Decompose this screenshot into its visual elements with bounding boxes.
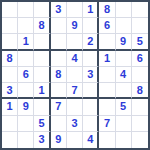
sudoku-cell-r2c3[interactable]: 8: [34, 18, 50, 34]
sudoku-cell-r4c7[interactable]: 1: [99, 51, 115, 67]
sudoku-cell-r9c8[interactable]: [116, 132, 132, 148]
sudoku-cell-r4c8[interactable]: [116, 51, 132, 67]
sudoku-cell-r4c3[interactable]: [34, 51, 50, 67]
sudoku-cell-r4c2[interactable]: [18, 51, 34, 67]
sudoku-cell-r6c9[interactable]: 8: [132, 83, 148, 99]
sudoku-cell-r8c2[interactable]: [18, 116, 34, 132]
sudoku-board: 31889612958416683431781975537394: [0, 0, 150, 150]
sudoku-cell-r5c4[interactable]: 8: [51, 67, 67, 83]
sudoku-cell-r8c3[interactable]: 5: [34, 116, 50, 132]
sudoku-cell-r7c4[interactable]: 7: [51, 99, 67, 115]
sudoku-cell-r9c1[interactable]: [2, 132, 18, 148]
sudoku-cell-r5c6[interactable]: 3: [83, 67, 99, 83]
sudoku-cell-r6c8[interactable]: [116, 83, 132, 99]
sudoku-cell-r3c2[interactable]: 1: [18, 34, 34, 50]
sudoku-cell-r2c7[interactable]: 6: [99, 18, 115, 34]
sudoku-cell-r8c8[interactable]: [116, 116, 132, 132]
sudoku-cell-r3c6[interactable]: 2: [83, 34, 99, 50]
sudoku-cell-r5c3[interactable]: [34, 67, 50, 83]
sudoku-cell-r4c5[interactable]: 4: [67, 51, 83, 67]
sudoku-cell-r3c5[interactable]: [67, 34, 83, 50]
sudoku-cell-r8c5[interactable]: 3: [67, 116, 83, 132]
sudoku-cell-r4c4[interactable]: [51, 51, 67, 67]
sudoku-cell-r7c6[interactable]: [83, 99, 99, 115]
sudoku-cell-r9c3[interactable]: 3: [34, 132, 50, 148]
sudoku-cell-r3c9[interactable]: 5: [132, 34, 148, 50]
sudoku-cell-r6c3[interactable]: 1: [34, 83, 50, 99]
sudoku-cell-r4c1[interactable]: 8: [2, 51, 18, 67]
sudoku-cell-r7c5[interactable]: [67, 99, 83, 115]
sudoku-cell-r5c1[interactable]: [2, 67, 18, 83]
sudoku-cell-r6c6[interactable]: [83, 83, 99, 99]
sudoku-cell-r6c2[interactable]: [18, 83, 34, 99]
sudoku-cell-r1c6[interactable]: 1: [83, 2, 99, 18]
sudoku-cell-r8c4[interactable]: [51, 116, 67, 132]
sudoku-cell-r3c4[interactable]: [51, 34, 67, 50]
sudoku-cell-r1c2[interactable]: [18, 2, 34, 18]
sudoku-cell-r7c7[interactable]: [99, 99, 115, 115]
sudoku-cell-r7c1[interactable]: 1: [2, 99, 18, 115]
sudoku-cell-r2c4[interactable]: [51, 18, 67, 34]
sudoku-cell-r2c9[interactable]: [132, 18, 148, 34]
sudoku-cell-r2c5[interactable]: 9: [67, 18, 83, 34]
sudoku-cell-r9c2[interactable]: [18, 132, 34, 148]
sudoku-cell-r6c4[interactable]: [51, 83, 67, 99]
sudoku-cell-r2c8[interactable]: [116, 18, 132, 34]
sudoku-cell-r3c8[interactable]: 9: [116, 34, 132, 50]
sudoku-cell-r8c6[interactable]: [83, 116, 99, 132]
sudoku-cell-r3c7[interactable]: [99, 34, 115, 50]
sudoku-cell-r9c7[interactable]: [99, 132, 115, 148]
sudoku-cell-r9c4[interactable]: 9: [51, 132, 67, 148]
sudoku-cell-r6c1[interactable]: 3: [2, 83, 18, 99]
sudoku-cell-r1c8[interactable]: [116, 2, 132, 18]
sudoku-cell-r5c2[interactable]: 6: [18, 67, 34, 83]
sudoku-cell-r9c5[interactable]: [67, 132, 83, 148]
sudoku-cell-r7c3[interactable]: [34, 99, 50, 115]
sudoku-cell-r8c7[interactable]: 7: [99, 116, 115, 132]
sudoku-cell-r9c9[interactable]: [132, 132, 148, 148]
sudoku-cell-r8c1[interactable]: [2, 116, 18, 132]
sudoku-cell-r5c5[interactable]: [67, 67, 83, 83]
sudoku-cell-r4c9[interactable]: 6: [132, 51, 148, 67]
sudoku-cell-r7c9[interactable]: [132, 99, 148, 115]
sudoku-cell-r1c1[interactable]: [2, 2, 18, 18]
sudoku-cell-r7c8[interactable]: 5: [116, 99, 132, 115]
sudoku-cell-r6c7[interactable]: [99, 83, 115, 99]
sudoku-cell-r1c5[interactable]: [67, 2, 83, 18]
sudoku-cell-r1c4[interactable]: 3: [51, 2, 67, 18]
sudoku-cell-r1c7[interactable]: 8: [99, 2, 115, 18]
sudoku-cell-r3c3[interactable]: [34, 34, 50, 50]
sudoku-cell-r5c9[interactable]: [132, 67, 148, 83]
sudoku-cell-r1c3[interactable]: [34, 2, 50, 18]
sudoku-cell-r5c7[interactable]: [99, 67, 115, 83]
sudoku-cell-r2c6[interactable]: [83, 18, 99, 34]
sudoku-cell-r1c9[interactable]: [132, 2, 148, 18]
sudoku-cell-r3c1[interactable]: [2, 34, 18, 50]
sudoku-cell-r6c5[interactable]: 7: [67, 83, 83, 99]
sudoku-cell-r2c2[interactable]: [18, 18, 34, 34]
sudoku-cell-r2c1[interactable]: [2, 18, 18, 34]
sudoku-cell-r8c9[interactable]: [132, 116, 148, 132]
sudoku-cell-r4c6[interactable]: [83, 51, 99, 67]
sudoku-cell-r5c8[interactable]: 4: [116, 67, 132, 83]
sudoku-cell-r7c2[interactable]: 9: [18, 99, 34, 115]
sudoku-cell-r9c6[interactable]: 4: [83, 132, 99, 148]
